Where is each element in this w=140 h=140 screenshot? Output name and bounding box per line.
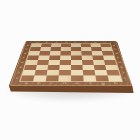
coordinate-label: a xyxy=(18,81,32,86)
coordinate-label: c xyxy=(51,41,61,44)
coordinate-label: d xyxy=(57,81,70,86)
board-squares-grid xyxy=(20,44,121,82)
product-photo-stage: abcdefgh abcdefgh 87654321 87654321 xyxy=(0,0,140,140)
coordinate-label: 1 xyxy=(119,75,130,81)
board-frame: abcdefgh abcdefgh 87654321 87654321 xyxy=(9,41,132,86)
coordinate-label: h xyxy=(99,41,109,44)
coordinate-label: a xyxy=(32,41,42,44)
file-labels-front: abcdefgh xyxy=(18,81,122,86)
coordinate-label: c xyxy=(44,81,57,86)
chessboard: abcdefgh abcdefgh 87654321 87654321 xyxy=(9,41,132,86)
coordinate-label: d xyxy=(61,41,71,44)
coordinate-label: e xyxy=(71,81,84,86)
coordinate-label: 1 xyxy=(11,75,22,81)
coordinate-label: g xyxy=(96,81,110,86)
coordinate-label: h xyxy=(108,81,122,86)
coordinate-label: b xyxy=(41,41,51,44)
coordinate-label: f xyxy=(80,41,90,44)
coordinate-label: f xyxy=(83,81,96,86)
coordinate-label: e xyxy=(71,41,81,44)
coordinate-label: g xyxy=(90,41,100,44)
coordinate-label: b xyxy=(31,81,45,86)
file-labels-back: abcdefgh xyxy=(32,41,110,44)
